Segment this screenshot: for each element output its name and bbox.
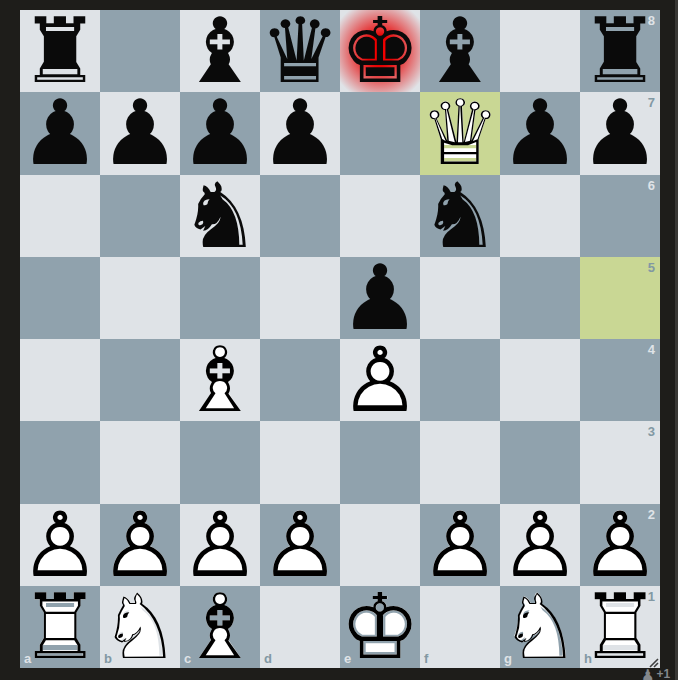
black-pawn-glyph: ♟	[20, 92, 100, 174]
square-g6[interactable]	[500, 175, 580, 257]
square-g7[interactable]: ♟	[500, 92, 580, 174]
white-pawn[interactable]: ♟♙	[340, 339, 420, 421]
square-b4[interactable]	[100, 339, 180, 421]
square-b1[interactable]: b♞♘	[100, 586, 180, 668]
square-d6[interactable]	[260, 175, 340, 257]
white-pawn-glyph-outline: ♙	[340, 339, 420, 421]
white-rook-glyph-outline: ♖	[20, 586, 100, 668]
square-h1[interactable]: 1h♜♖	[580, 586, 660, 668]
coord-rank-5: 5	[648, 260, 655, 275]
coord-rank-4: 4	[648, 342, 655, 357]
square-f1[interactable]: f	[420, 586, 500, 668]
square-e8[interactable]: ♚	[340, 10, 420, 92]
square-e7[interactable]	[340, 92, 420, 174]
black-knight-glyph: ♞	[180, 175, 260, 257]
material-advantage-label: +1	[656, 668, 670, 680]
square-f5[interactable]	[420, 257, 500, 339]
board-resize-handle[interactable]	[645, 653, 659, 667]
square-h6[interactable]: 6	[580, 175, 660, 257]
white-rook[interactable]: ♜♖	[20, 586, 100, 668]
square-a7[interactable]: ♟	[20, 92, 100, 174]
black-pawn-glyph: ♟	[260, 92, 340, 174]
square-g5[interactable]	[500, 257, 580, 339]
white-pawn-glyph-outline: ♙	[420, 504, 500, 586]
page-background: ♜♝♛♚♝8♜♟♟♟♟♛♕♟7♟♞♞6♟5♝♗♟♙43♟♙♟♙♟♙♟♙♟♙♟♙2…	[0, 0, 678, 680]
square-g1[interactable]: g♞♘	[500, 586, 580, 668]
black-pawn[interactable]: ♟	[100, 92, 180, 174]
white-pawn-glyph-outline: ♙	[260, 504, 340, 586]
captured-material-indicator: ♟ +1	[641, 668, 670, 680]
white-bishop[interactable]: ♝♗	[180, 586, 260, 668]
black-pawn-glyph: ♟	[500, 92, 580, 174]
white-pawn[interactable]: ♟♙	[260, 504, 340, 586]
square-g4[interactable]	[500, 339, 580, 421]
square-f2[interactable]: ♟♙	[420, 504, 500, 586]
square-c4[interactable]: ♝♗	[180, 339, 260, 421]
coord-file-f: f	[424, 651, 428, 666]
black-pawn-glyph: ♟	[100, 92, 180, 174]
square-d1[interactable]: d	[260, 586, 340, 668]
captured-pawn-icon: ♟	[641, 668, 654, 680]
black-pawn[interactable]: ♟	[260, 92, 340, 174]
square-h5[interactable]: 5	[580, 257, 660, 339]
chess-board: ♜♝♛♚♝8♜♟♟♟♟♛♕♟7♟♞♞6♟5♝♗♟♙43♟♙♟♙♟♙♟♙♟♙♟♙2…	[20, 10, 660, 668]
black-king-glyph: ♚	[340, 10, 420, 92]
square-f4[interactable]	[420, 339, 500, 421]
square-h4[interactable]: 4	[580, 339, 660, 421]
white-knight[interactable]: ♞♘	[500, 586, 580, 668]
square-e3[interactable]	[340, 421, 420, 503]
square-d7[interactable]: ♟	[260, 92, 340, 174]
square-a6[interactable]	[20, 175, 100, 257]
white-knight[interactable]: ♞♘	[100, 586, 180, 668]
square-c6[interactable]: ♞	[180, 175, 260, 257]
black-pawn[interactable]: ♟	[500, 92, 580, 174]
coord-file-d: d	[264, 651, 272, 666]
square-a5[interactable]	[20, 257, 100, 339]
black-pawn[interactable]: ♟	[20, 92, 100, 174]
white-bishop[interactable]: ♝♗	[180, 339, 260, 421]
square-b7[interactable]: ♟	[100, 92, 180, 174]
black-knight-glyph: ♞	[420, 175, 500, 257]
black-pawn[interactable]: ♟	[580, 92, 660, 174]
white-bishop-glyph-outline: ♗	[180, 339, 260, 421]
black-king[interactable]: ♚	[340, 10, 420, 92]
white-knight-glyph-outline: ♘	[100, 586, 180, 668]
black-knight[interactable]: ♞	[180, 175, 260, 257]
white-bishop-glyph-outline: ♗	[180, 586, 260, 668]
black-knight[interactable]: ♞	[420, 175, 500, 257]
square-a1[interactable]: a♜♖	[20, 586, 100, 668]
square-b5[interactable]	[100, 257, 180, 339]
square-a4[interactable]	[20, 339, 100, 421]
white-king-glyph-outline: ♔	[340, 586, 420, 668]
square-b6[interactable]	[100, 175, 180, 257]
square-d4[interactable]	[260, 339, 340, 421]
black-pawn-glyph: ♟	[580, 92, 660, 174]
square-d5[interactable]	[260, 257, 340, 339]
coord-rank-3: 3	[648, 424, 655, 439]
square-e1[interactable]: e♚♔	[340, 586, 420, 668]
coord-rank-6: 6	[648, 178, 655, 193]
square-d2[interactable]: ♟♙	[260, 504, 340, 586]
square-c1[interactable]: c♝♗	[180, 586, 260, 668]
white-pawn[interactable]: ♟♙	[420, 504, 500, 586]
white-king[interactable]: ♚♔	[340, 586, 420, 668]
square-f6[interactable]: ♞	[420, 175, 500, 257]
white-knight-glyph-outline: ♘	[500, 586, 580, 668]
square-h7[interactable]: 7♟	[580, 92, 660, 174]
square-e4[interactable]: ♟♙	[340, 339, 420, 421]
